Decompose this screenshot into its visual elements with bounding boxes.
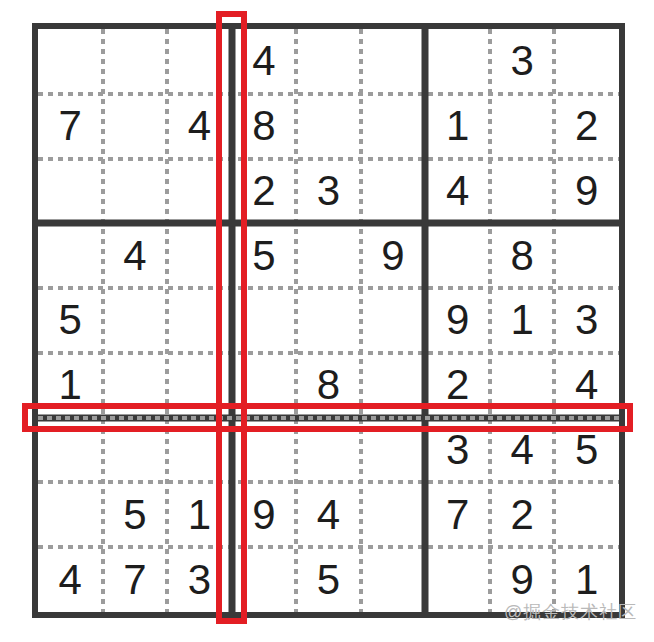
cell-r8c7[interactable]: 7 <box>425 482 490 547</box>
cell-r2c9[interactable]: 2 <box>554 94 619 159</box>
cell-r5c3[interactable] <box>167 288 232 353</box>
cell-r8c4[interactable]: 9 <box>232 482 297 547</box>
cell-r8c6[interactable] <box>361 482 426 547</box>
cell-r7c7[interactable]: 3 <box>425 418 490 483</box>
cell-r9c4[interactable] <box>232 547 297 612</box>
cell-r9c2[interactable]: 7 <box>103 547 168 612</box>
cell-r3c4[interactable]: 2 <box>232 159 297 224</box>
cell-r3c2[interactable] <box>103 159 168 224</box>
cell-r5c8[interactable]: 1 <box>490 288 555 353</box>
cell-r9c6[interactable] <box>361 547 426 612</box>
cell-r4c5[interactable] <box>296 223 361 288</box>
cell-r2c2[interactable] <box>103 94 168 159</box>
cell-r6c1[interactable]: 1 <box>38 353 103 418</box>
cell-r1c8[interactable]: 3 <box>490 29 555 94</box>
cell-r1c1[interactable] <box>38 29 103 94</box>
cell-r1c6[interactable] <box>361 29 426 94</box>
cell-r5c5[interactable] <box>296 288 361 353</box>
cell-r5c4[interactable] <box>232 288 297 353</box>
cell-r6c4[interactable] <box>232 353 297 418</box>
cell-r9c1[interactable]: 4 <box>38 547 103 612</box>
cell-r8c3[interactable]: 1 <box>167 482 232 547</box>
cell-r4c4[interactable]: 5 <box>232 223 297 288</box>
cell-r7c3[interactable] <box>167 418 232 483</box>
cell-r1c5[interactable] <box>296 29 361 94</box>
cell-r1c7[interactable] <box>425 29 490 94</box>
cell-r3c5[interactable]: 3 <box>296 159 361 224</box>
cell-r8c8[interactable]: 2 <box>490 482 555 547</box>
cell-r2c1[interactable]: 7 <box>38 94 103 159</box>
cell-r7c8[interactable]: 4 <box>490 418 555 483</box>
cell-r8c1[interactable] <box>38 482 103 547</box>
cell-r2c3[interactable]: 4 <box>167 94 232 159</box>
watermark: @掘金技术社区 <box>504 600 637 624</box>
cell-r6c8[interactable] <box>490 353 555 418</box>
cell-r7c5[interactable] <box>296 418 361 483</box>
cell-r6c5[interactable]: 8 <box>296 353 361 418</box>
cell-r3c7[interactable]: 4 <box>425 159 490 224</box>
cell-r5c9[interactable]: 3 <box>554 288 619 353</box>
cell-r9c7[interactable] <box>425 547 490 612</box>
cell-r4c3[interactable] <box>167 223 232 288</box>
cell-r6c3[interactable] <box>167 353 232 418</box>
cell-r4c6[interactable]: 9 <box>361 223 426 288</box>
cell-r1c9[interactable] <box>554 29 619 94</box>
cell-r7c1[interactable] <box>38 418 103 483</box>
cell-r9c3[interactable]: 3 <box>167 547 232 612</box>
cell-r1c4[interactable]: 4 <box>232 29 297 94</box>
cell-r2c7[interactable]: 1 <box>425 94 490 159</box>
cell-r1c3[interactable] <box>167 29 232 94</box>
cell-r2c8[interactable] <box>490 94 555 159</box>
cell-r7c9[interactable]: 5 <box>554 418 619 483</box>
cell-r4c8[interactable]: 8 <box>490 223 555 288</box>
cell-r6c9[interactable]: 4 <box>554 353 619 418</box>
cell-r2c6[interactable] <box>361 94 426 159</box>
cell-r3c9[interactable]: 9 <box>554 159 619 224</box>
cell-r2c5[interactable] <box>296 94 361 159</box>
cell-r9c5[interactable]: 5 <box>296 547 361 612</box>
cell-r2c4[interactable]: 8 <box>232 94 297 159</box>
cell-r1c2[interactable] <box>103 29 168 94</box>
cell-r4c7[interactable] <box>425 223 490 288</box>
sudoku-screenshot: 43748122349459859131824345519472473591 @… <box>0 0 654 642</box>
cell-r7c4[interactable] <box>232 418 297 483</box>
sudoku-board: 43748122349459859131824345519472473591 <box>32 23 625 618</box>
cell-r6c2[interactable] <box>103 353 168 418</box>
cell-r8c9[interactable] <box>554 482 619 547</box>
cell-r4c1[interactable] <box>38 223 103 288</box>
cell-r6c6[interactable] <box>361 353 426 418</box>
cell-r5c1[interactable]: 5 <box>38 288 103 353</box>
cell-r7c2[interactable] <box>103 418 168 483</box>
cell-r8c2[interactable]: 5 <box>103 482 168 547</box>
cell-r5c2[interactable] <box>103 288 168 353</box>
cell-r5c7[interactable]: 9 <box>425 288 490 353</box>
cell-r5c6[interactable] <box>361 288 426 353</box>
cell-r4c2[interactable]: 4 <box>103 223 168 288</box>
cell-r6c7[interactable]: 2 <box>425 353 490 418</box>
sudoku-cells: 43748122349459859131824345519472473591 <box>38 29 619 612</box>
cell-r3c6[interactable] <box>361 159 426 224</box>
cell-r7c6[interactable] <box>361 418 426 483</box>
cell-r3c8[interactable] <box>490 159 555 224</box>
cell-r3c3[interactable] <box>167 159 232 224</box>
cell-r3c1[interactable] <box>38 159 103 224</box>
cell-r8c5[interactable]: 4 <box>296 482 361 547</box>
cell-r4c9[interactable] <box>554 223 619 288</box>
